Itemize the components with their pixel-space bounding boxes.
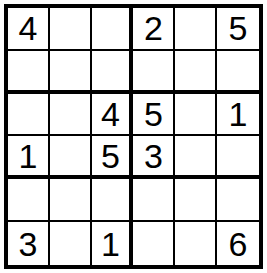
cell-r6c6-given[interactable]: 6: [217, 222, 259, 265]
cell-r5c3-empty[interactable]: [92, 179, 134, 222]
cell-r4c1-given[interactable]: 1: [8, 136, 50, 179]
cell-r2c6-empty[interactable]: [217, 51, 259, 94]
sudoku-board: 425451153316: [4, 4, 263, 269]
cell-r2c4-empty[interactable]: [133, 51, 175, 94]
cell-r6c4-empty[interactable]: [133, 222, 175, 265]
page: 425451153316: [0, 0, 267, 273]
cell-r5c1-empty[interactable]: [8, 179, 50, 222]
cell-r1c1-given[interactable]: 4: [8, 8, 50, 51]
cell-r2c1-empty[interactable]: [8, 51, 50, 94]
cell-r5c5-empty[interactable]: [175, 179, 217, 222]
cell-r5c6-empty[interactable]: [217, 179, 259, 222]
cell-r5c4-empty[interactable]: [133, 179, 175, 222]
cell-r3c5-empty[interactable]: [175, 94, 217, 137]
cell-r1c3-empty[interactable]: [92, 8, 134, 51]
cell-r1c4-given[interactable]: 2: [133, 8, 175, 51]
cell-r6c2-empty[interactable]: [50, 222, 92, 265]
cell-r6c3-given[interactable]: 1: [92, 222, 134, 265]
cell-r6c5-empty[interactable]: [175, 222, 217, 265]
cell-r4c2-empty[interactable]: [50, 136, 92, 179]
cell-r1c2-empty[interactable]: [50, 8, 92, 51]
cell-r2c5-empty[interactable]: [175, 51, 217, 94]
cell-r1c6-given[interactable]: 5: [217, 8, 259, 51]
cell-r3c2-empty[interactable]: [50, 94, 92, 137]
cell-r3c6-given[interactable]: 1: [217, 94, 259, 137]
cell-r1c5-empty[interactable]: [175, 8, 217, 51]
cell-r4c5-empty[interactable]: [175, 136, 217, 179]
cell-r4c3-given[interactable]: 5: [92, 136, 134, 179]
cell-r5c2-empty[interactable]: [50, 179, 92, 222]
cell-r2c2-empty[interactable]: [50, 51, 92, 94]
cell-r3c3-given[interactable]: 4: [92, 94, 134, 137]
cell-r3c1-empty[interactable]: [8, 94, 50, 137]
cell-r4c6-empty[interactable]: [217, 136, 259, 179]
cell-r3c4-given[interactable]: 5: [133, 94, 175, 137]
cell-r2c3-empty[interactable]: [92, 51, 134, 94]
cell-r4c4-given[interactable]: 3: [133, 136, 175, 179]
cell-r6c1-given[interactable]: 3: [8, 222, 50, 265]
